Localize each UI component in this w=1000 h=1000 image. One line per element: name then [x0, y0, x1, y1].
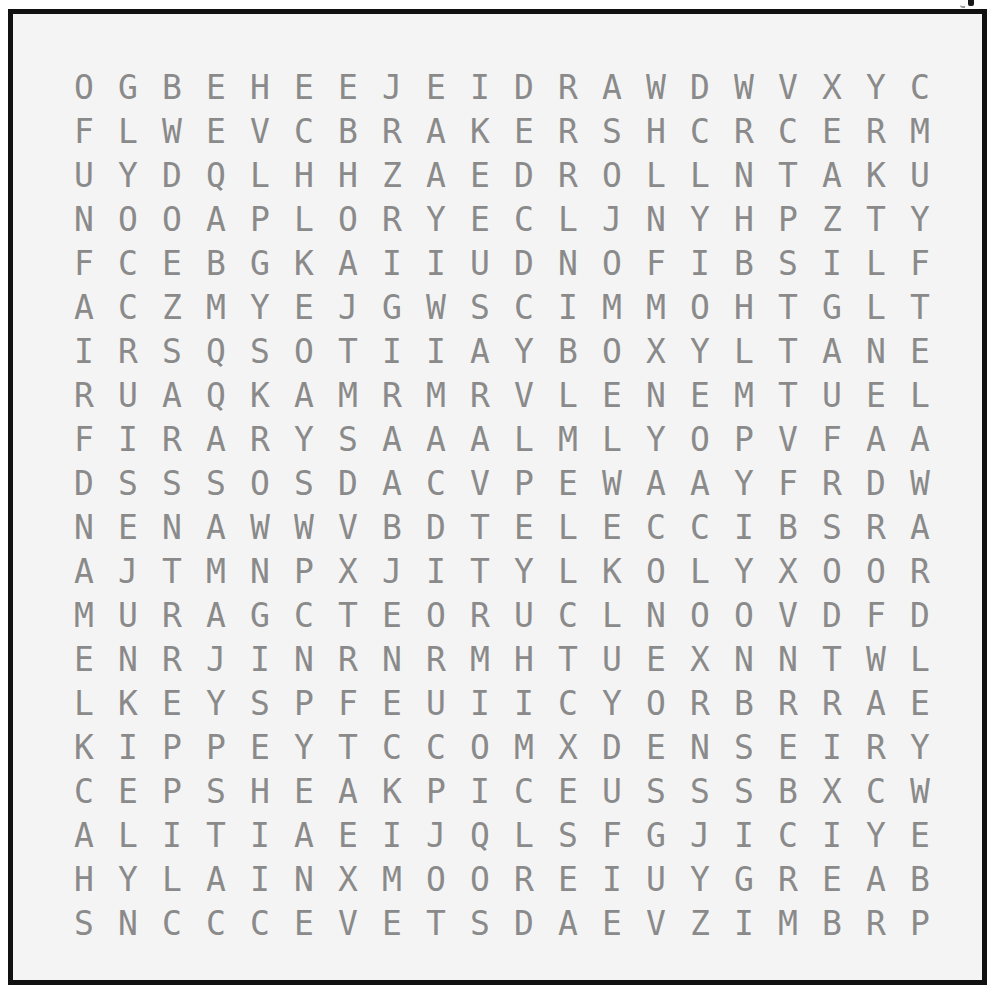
grid-cell[interactable]: L: [590, 593, 634, 637]
grid-cell[interactable]: W: [150, 109, 194, 153]
grid-cell[interactable]: U: [810, 373, 854, 417]
grid-cell[interactable]: D: [502, 153, 546, 197]
grid-cell[interactable]: Q: [194, 153, 238, 197]
grid-cell[interactable]: T: [194, 813, 238, 857]
grid-cell[interactable]: R: [150, 417, 194, 461]
grid-cell[interactable]: L: [854, 285, 898, 329]
grid-cell[interactable]: Y: [414, 197, 458, 241]
grid-cell[interactable]: H: [238, 769, 282, 813]
grid-cell[interactable]: I: [62, 329, 106, 373]
grid-cell[interactable]: L: [898, 373, 942, 417]
grid-cell[interactable]: H: [326, 153, 370, 197]
grid-cell[interactable]: A: [810, 329, 854, 373]
grid-cell[interactable]: V: [766, 417, 810, 461]
grid-cell[interactable]: A: [458, 329, 502, 373]
grid-cell[interactable]: W: [590, 461, 634, 505]
grid-cell[interactable]: F: [62, 109, 106, 153]
grid-cell[interactable]: N: [62, 197, 106, 241]
grid-cell[interactable]: R: [150, 593, 194, 637]
grid-cell[interactable]: W: [238, 505, 282, 549]
grid-cell[interactable]: L: [546, 549, 590, 593]
grid-cell[interactable]: T: [810, 637, 854, 681]
grid-cell[interactable]: A: [194, 197, 238, 241]
grid-cell[interactable]: A: [898, 505, 942, 549]
grid-cell[interactable]: R: [854, 725, 898, 769]
grid-cell[interactable]: R: [810, 461, 854, 505]
grid-cell[interactable]: S: [590, 109, 634, 153]
grid-cell[interactable]: T: [766, 329, 810, 373]
grid-cell[interactable]: M: [62, 593, 106, 637]
grid-cell[interactable]: C: [238, 901, 282, 945]
grid-cell[interactable]: K: [282, 241, 326, 285]
grid-cell[interactable]: S: [678, 769, 722, 813]
grid-cell[interactable]: P: [502, 461, 546, 505]
grid-cell[interactable]: L: [150, 857, 194, 901]
grid-cell[interactable]: D: [810, 593, 854, 637]
grid-cell[interactable]: R: [326, 637, 370, 681]
grid-cell[interactable]: R: [458, 373, 502, 417]
grid-cell[interactable]: N: [546, 241, 590, 285]
grid-cell[interactable]: X: [546, 725, 590, 769]
grid-cell[interactable]: E: [326, 813, 370, 857]
grid-cell[interactable]: H: [62, 857, 106, 901]
grid-cell[interactable]: B: [546, 329, 590, 373]
grid-cell[interactable]: S: [326, 417, 370, 461]
grid-cell[interactable]: F: [62, 417, 106, 461]
grid-cell[interactable]: N: [634, 197, 678, 241]
grid-cell[interactable]: X: [326, 857, 370, 901]
grid-cell[interactable]: E: [546, 461, 590, 505]
grid-cell[interactable]: B: [194, 241, 238, 285]
grid-cell[interactable]: W: [722, 65, 766, 109]
grid-cell[interactable]: D: [150, 153, 194, 197]
grid-cell[interactable]: O: [238, 461, 282, 505]
grid-cell[interactable]: R: [854, 505, 898, 549]
grid-cell[interactable]: F: [634, 241, 678, 285]
grid-cell[interactable]: B: [370, 505, 414, 549]
grid-cell[interactable]: Y: [590, 681, 634, 725]
grid-cell[interactable]: L: [634, 153, 678, 197]
grid-cell[interactable]: R: [678, 681, 722, 725]
grid-cell[interactable]: X: [766, 549, 810, 593]
grid-cell[interactable]: I: [590, 857, 634, 901]
grid-cell[interactable]: T: [458, 549, 502, 593]
grid-cell[interactable]: E: [898, 681, 942, 725]
grid-cell[interactable]: J: [194, 637, 238, 681]
grid-cell[interactable]: G: [722, 857, 766, 901]
grid-cell[interactable]: R: [546, 109, 590, 153]
grid-cell[interactable]: E: [282, 285, 326, 329]
grid-cell[interactable]: T: [458, 505, 502, 549]
grid-cell[interactable]: M: [502, 725, 546, 769]
grid-cell[interactable]: I: [150, 813, 194, 857]
grid-cell[interactable]: L: [590, 417, 634, 461]
grid-cell[interactable]: I: [370, 329, 414, 373]
grid-cell[interactable]: V: [766, 593, 810, 637]
grid-cell[interactable]: D: [678, 65, 722, 109]
grid-cell[interactable]: O: [854, 549, 898, 593]
grid-cell[interactable]: A: [414, 417, 458, 461]
grid-cell[interactable]: S: [194, 461, 238, 505]
grid-cell[interactable]: S: [722, 725, 766, 769]
grid-cell[interactable]: C: [678, 505, 722, 549]
grid-cell[interactable]: M: [546, 417, 590, 461]
grid-cell[interactable]: S: [106, 461, 150, 505]
grid-cell[interactable]: P: [414, 769, 458, 813]
grid-cell[interactable]: E: [370, 593, 414, 637]
grid-cell[interactable]: E: [634, 725, 678, 769]
grid-cell[interactable]: S: [722, 769, 766, 813]
grid-cell[interactable]: A: [458, 417, 502, 461]
grid-cell[interactable]: R: [370, 109, 414, 153]
grid-cell[interactable]: O: [722, 593, 766, 637]
grid-cell[interactable]: S: [62, 901, 106, 945]
grid-cell[interactable]: N: [722, 153, 766, 197]
grid-cell[interactable]: V: [326, 901, 370, 945]
grid-cell[interactable]: Q: [194, 373, 238, 417]
grid-cell[interactable]: F: [854, 593, 898, 637]
grid-cell[interactable]: W: [898, 769, 942, 813]
grid-cell[interactable]: Y: [898, 197, 942, 241]
grid-cell[interactable]: Y: [282, 417, 326, 461]
grid-cell[interactable]: A: [282, 373, 326, 417]
grid-cell[interactable]: I: [370, 813, 414, 857]
grid-cell[interactable]: Y: [854, 65, 898, 109]
grid-cell[interactable]: A: [546, 901, 590, 945]
grid-cell[interactable]: R: [766, 857, 810, 901]
grid-cell[interactable]: Z: [150, 285, 194, 329]
grid-cell[interactable]: C: [106, 285, 150, 329]
grid-cell[interactable]: L: [106, 813, 150, 857]
grid-cell[interactable]: N: [106, 901, 150, 945]
grid-cell[interactable]: E: [590, 373, 634, 417]
grid-cell[interactable]: G: [238, 593, 282, 637]
grid-cell[interactable]: S: [282, 461, 326, 505]
grid-cell[interactable]: A: [414, 109, 458, 153]
grid-cell[interactable]: C: [678, 109, 722, 153]
grid-cell[interactable]: M: [194, 549, 238, 593]
grid-cell[interactable]: J: [414, 813, 458, 857]
grid-cell[interactable]: Y: [722, 461, 766, 505]
grid-cell[interactable]: D: [414, 505, 458, 549]
grid-cell[interactable]: G: [634, 813, 678, 857]
grid-cell[interactable]: Q: [194, 329, 238, 373]
grid-cell[interactable]: G: [106, 65, 150, 109]
grid-cell[interactable]: E: [194, 109, 238, 153]
grid-cell[interactable]: T: [326, 329, 370, 373]
grid-cell[interactable]: L: [678, 549, 722, 593]
grid-cell[interactable]: V: [766, 65, 810, 109]
grid-cell[interactable]: E: [370, 901, 414, 945]
grid-cell[interactable]: F: [326, 681, 370, 725]
grid-cell[interactable]: L: [106, 109, 150, 153]
grid-cell[interactable]: I: [414, 329, 458, 373]
grid-cell[interactable]: V: [634, 901, 678, 945]
grid-cell[interactable]: M: [590, 285, 634, 329]
grid-cell[interactable]: D: [854, 461, 898, 505]
grid-cell[interactable]: Z: [810, 197, 854, 241]
grid-cell[interactable]: S: [238, 329, 282, 373]
grid-cell[interactable]: N: [282, 637, 326, 681]
grid-cell[interactable]: U: [634, 857, 678, 901]
grid-cell[interactable]: K: [458, 109, 502, 153]
grid-cell[interactable]: E: [898, 329, 942, 373]
grid-cell[interactable]: L: [62, 681, 106, 725]
grid-cell[interactable]: I: [546, 285, 590, 329]
grid-cell[interactable]: S: [194, 769, 238, 813]
grid-cell[interactable]: U: [106, 373, 150, 417]
grid-cell[interactable]: O: [590, 329, 634, 373]
grid-cell[interactable]: E: [810, 109, 854, 153]
grid-cell[interactable]: N: [106, 637, 150, 681]
grid-cell[interactable]: U: [590, 637, 634, 681]
grid-cell[interactable]: A: [194, 857, 238, 901]
grid-cell[interactable]: O: [62, 65, 106, 109]
grid-cell[interactable]: L: [282, 197, 326, 241]
grid-cell[interactable]: E: [106, 505, 150, 549]
grid-cell[interactable]: W: [634, 65, 678, 109]
grid-cell[interactable]: J: [370, 549, 414, 593]
grid-cell[interactable]: A: [898, 417, 942, 461]
grid-cell[interactable]: O: [282, 329, 326, 373]
grid-cell[interactable]: M: [370, 857, 414, 901]
grid-cell[interactable]: H: [722, 285, 766, 329]
grid-cell[interactable]: M: [326, 373, 370, 417]
grid-cell[interactable]: N: [150, 505, 194, 549]
grid-cell[interactable]: P: [150, 769, 194, 813]
grid-cell[interactable]: P: [766, 197, 810, 241]
grid-cell[interactable]: C: [414, 461, 458, 505]
grid-cell[interactable]: E: [106, 769, 150, 813]
grid-cell[interactable]: N: [634, 593, 678, 637]
grid-cell[interactable]: U: [106, 593, 150, 637]
grid-cell[interactable]: Y: [678, 329, 722, 373]
grid-cell[interactable]: U: [458, 241, 502, 285]
grid-cell[interactable]: D: [326, 461, 370, 505]
grid-cell[interactable]: G: [238, 241, 282, 285]
grid-cell[interactable]: A: [150, 373, 194, 417]
grid-cell[interactable]: R: [150, 637, 194, 681]
grid-cell[interactable]: V: [326, 505, 370, 549]
grid-cell[interactable]: U: [898, 153, 942, 197]
grid-cell[interactable]: E: [62, 637, 106, 681]
grid-cell[interactable]: O: [326, 197, 370, 241]
grid-cell[interactable]: R: [854, 901, 898, 945]
grid-cell[interactable]: O: [678, 417, 722, 461]
grid-cell[interactable]: C: [106, 241, 150, 285]
grid-cell[interactable]: B: [810, 901, 854, 945]
grid-cell[interactable]: M: [414, 373, 458, 417]
grid-cell[interactable]: Y: [106, 857, 150, 901]
grid-cell[interactable]: E: [590, 505, 634, 549]
grid-cell[interactable]: O: [458, 857, 502, 901]
grid-cell[interactable]: Y: [898, 725, 942, 769]
grid-cell[interactable]: R: [458, 593, 502, 637]
grid-cell[interactable]: I: [106, 725, 150, 769]
grid-cell[interactable]: K: [106, 681, 150, 725]
grid-cell[interactable]: K: [62, 725, 106, 769]
grid-cell[interactable]: E: [546, 857, 590, 901]
grid-cell[interactable]: I: [810, 241, 854, 285]
grid-cell[interactable]: S: [810, 505, 854, 549]
grid-cell[interactable]: I: [458, 681, 502, 725]
grid-cell[interactable]: I: [810, 813, 854, 857]
grid-cell[interactable]: G: [810, 285, 854, 329]
grid-cell[interactable]: I: [502, 681, 546, 725]
grid-cell[interactable]: M: [194, 285, 238, 329]
grid-cell[interactable]: Z: [678, 901, 722, 945]
grid-cell[interactable]: I: [458, 65, 502, 109]
grid-cell[interactable]: C: [194, 901, 238, 945]
grid-cell[interactable]: O: [414, 593, 458, 637]
grid-cell[interactable]: Y: [678, 857, 722, 901]
grid-cell[interactable]: K: [370, 769, 414, 813]
grid-cell[interactable]: I: [810, 725, 854, 769]
grid-cell[interactable]: C: [546, 593, 590, 637]
grid-cell[interactable]: L: [546, 505, 590, 549]
grid-cell[interactable]: B: [898, 857, 942, 901]
grid-cell[interactable]: A: [678, 461, 722, 505]
grid-cell[interactable]: H: [502, 637, 546, 681]
grid-cell[interactable]: R: [546, 153, 590, 197]
grid-cell[interactable]: E: [854, 373, 898, 417]
grid-cell[interactable]: H: [238, 65, 282, 109]
grid-cell[interactable]: A: [62, 549, 106, 593]
grid-cell[interactable]: T: [546, 637, 590, 681]
grid-cell[interactable]: E: [150, 681, 194, 725]
grid-cell[interactable]: G: [370, 285, 414, 329]
grid-cell[interactable]: R: [854, 109, 898, 153]
grid-cell[interactable]: A: [854, 857, 898, 901]
grid-cell[interactable]: C: [502, 285, 546, 329]
grid-cell[interactable]: M: [898, 109, 942, 153]
grid-cell[interactable]: P: [150, 725, 194, 769]
grid-cell[interactable]: E: [458, 153, 502, 197]
grid-cell[interactable]: H: [722, 197, 766, 241]
grid-cell[interactable]: I: [370, 241, 414, 285]
grid-cell[interactable]: F: [62, 241, 106, 285]
grid-cell[interactable]: O: [590, 241, 634, 285]
grid-cell[interactable]: O: [678, 285, 722, 329]
grid-cell[interactable]: H: [282, 153, 326, 197]
grid-cell[interactable]: O: [634, 681, 678, 725]
grid-cell[interactable]: E: [898, 813, 942, 857]
grid-cell[interactable]: F: [810, 417, 854, 461]
grid-cell[interactable]: A: [326, 241, 370, 285]
grid-cell[interactable]: I: [458, 769, 502, 813]
grid-cell[interactable]: Y: [106, 153, 150, 197]
grid-cell[interactable]: A: [62, 285, 106, 329]
grid-cell[interactable]: O: [458, 725, 502, 769]
grid-cell[interactable]: K: [590, 549, 634, 593]
grid-cell[interactable]: R: [502, 857, 546, 901]
grid-cell[interactable]: W: [854, 637, 898, 681]
grid-cell[interactable]: W: [282, 505, 326, 549]
grid-cell[interactable]: X: [326, 549, 370, 593]
grid-cell[interactable]: E: [282, 901, 326, 945]
grid-cell[interactable]: O: [414, 857, 458, 901]
grid-cell[interactable]: T: [414, 901, 458, 945]
grid-cell[interactable]: A: [282, 813, 326, 857]
grid-cell[interactable]: E: [546, 769, 590, 813]
grid-cell[interactable]: C: [502, 769, 546, 813]
grid-cell[interactable]: L: [898, 637, 942, 681]
grid-cell[interactable]: A: [62, 813, 106, 857]
grid-cell[interactable]: P: [238, 197, 282, 241]
grid-cell[interactable]: E: [282, 65, 326, 109]
grid-cell[interactable]: Y: [238, 285, 282, 329]
grid-cell[interactable]: B: [150, 65, 194, 109]
grid-cell[interactable]: C: [634, 505, 678, 549]
grid-cell[interactable]: D: [898, 593, 942, 637]
grid-cell[interactable]: A: [194, 593, 238, 637]
grid-cell[interactable]: E: [150, 241, 194, 285]
grid-cell[interactable]: T: [766, 373, 810, 417]
grid-cell[interactable]: N: [282, 857, 326, 901]
grid-cell[interactable]: U: [590, 769, 634, 813]
grid-cell[interactable]: Q: [458, 813, 502, 857]
grid-cell[interactable]: Y: [634, 417, 678, 461]
grid-cell[interactable]: N: [634, 373, 678, 417]
grid-cell[interactable]: A: [634, 461, 678, 505]
grid-cell[interactable]: J: [678, 813, 722, 857]
grid-cell[interactable]: P: [282, 549, 326, 593]
grid-cell[interactable]: A: [370, 417, 414, 461]
grid-cell[interactable]: S: [458, 285, 502, 329]
grid-cell[interactable]: Z: [370, 153, 414, 197]
grid-cell[interactable]: E: [282, 769, 326, 813]
grid-cell[interactable]: X: [678, 637, 722, 681]
grid-cell[interactable]: N: [766, 637, 810, 681]
grid-cell[interactable]: C: [282, 109, 326, 153]
grid-cell[interactable]: Y: [854, 813, 898, 857]
grid-cell[interactable]: S: [546, 813, 590, 857]
grid-cell[interactable]: H: [634, 109, 678, 153]
grid-cell[interactable]: B: [326, 109, 370, 153]
grid-cell[interactable]: S: [634, 769, 678, 813]
grid-cell[interactable]: R: [766, 681, 810, 725]
grid-cell[interactable]: D: [590, 725, 634, 769]
grid-cell[interactable]: L: [502, 813, 546, 857]
grid-cell[interactable]: S: [150, 329, 194, 373]
grid-cell[interactable]: T: [766, 285, 810, 329]
grid-cell[interactable]: D: [502, 241, 546, 285]
grid-cell[interactable]: R: [370, 373, 414, 417]
grid-cell[interactable]: A: [194, 505, 238, 549]
grid-cell[interactable]: I: [722, 901, 766, 945]
grid-cell[interactable]: L: [502, 417, 546, 461]
grid-cell[interactable]: A: [590, 65, 634, 109]
grid-cell[interactable]: B: [766, 769, 810, 813]
grid-cell[interactable]: C: [546, 681, 590, 725]
grid-cell[interactable]: X: [810, 65, 854, 109]
grid-cell[interactable]: R: [546, 65, 590, 109]
grid-cell[interactable]: W: [898, 461, 942, 505]
grid-cell[interactable]: C: [854, 769, 898, 813]
grid-cell[interactable]: E: [414, 65, 458, 109]
grid-cell[interactable]: S: [766, 241, 810, 285]
grid-cell[interactable]: A: [810, 153, 854, 197]
grid-cell[interactable]: N: [678, 725, 722, 769]
grid-cell[interactable]: T: [854, 197, 898, 241]
grid-cell[interactable]: E: [502, 505, 546, 549]
grid-cell[interactable]: E: [370, 681, 414, 725]
grid-cell[interactable]: E: [238, 725, 282, 769]
grid-cell[interactable]: N: [62, 505, 106, 549]
grid-cell[interactable]: Y: [502, 329, 546, 373]
grid-cell[interactable]: F: [898, 241, 942, 285]
grid-cell[interactable]: P: [898, 901, 942, 945]
